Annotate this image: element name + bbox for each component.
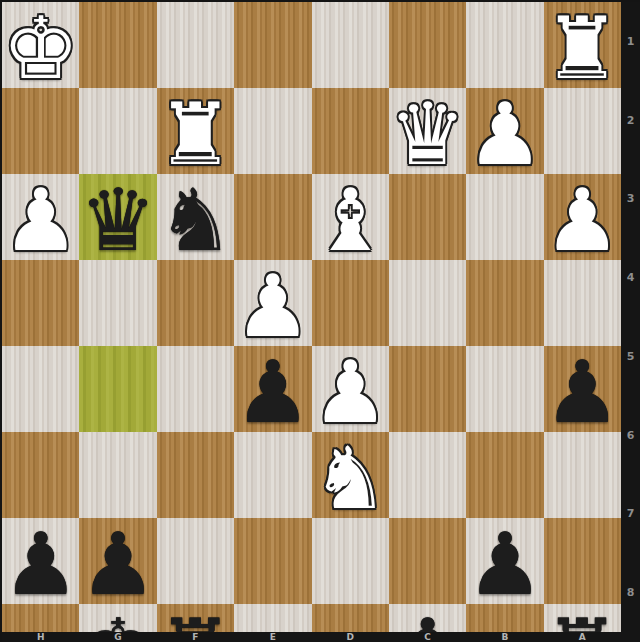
square-e7[interactable] xyxy=(234,518,311,604)
square-g7[interactable]: ♟ xyxy=(79,518,156,604)
rank-label-3: 3 xyxy=(621,160,640,239)
rank-coordinates-strip: 12345678 xyxy=(621,2,640,632)
file-label-d: D xyxy=(312,632,389,642)
square-h5[interactable] xyxy=(2,346,79,432)
square-g2[interactable] xyxy=(79,88,156,174)
white-rook-f2[interactable]: ♜ xyxy=(157,91,234,177)
rank-label-8: 8 xyxy=(621,553,640,632)
square-a3[interactable]: ♟ xyxy=(544,174,621,260)
square-c1[interactable] xyxy=(389,2,466,88)
file-coordinates-strip: HGFEDCBA xyxy=(2,632,621,642)
square-d1[interactable] xyxy=(312,2,389,88)
black-pawn-b7[interactable]: ♟ xyxy=(466,521,543,607)
rank-label-1: 1 xyxy=(621,2,640,81)
square-d6[interactable]: ♞ xyxy=(312,432,389,518)
square-a2[interactable] xyxy=(544,88,621,174)
square-f4[interactable] xyxy=(157,260,234,346)
square-b3[interactable] xyxy=(466,174,543,260)
white-pawn-a3[interactable]: ♟ xyxy=(544,177,621,263)
square-f3[interactable]: ♞ xyxy=(157,174,234,260)
square-a1[interactable]: ♜ xyxy=(544,2,621,88)
black-queen-g3[interactable]: ♛ xyxy=(80,177,157,263)
square-f2[interactable]: ♜ xyxy=(157,88,234,174)
square-d3[interactable]: ♝ xyxy=(312,174,389,260)
chess-board-window: ♚♜♜♛♟♟♛♞♝♟♟♟♟♟♞♟♟♟♚♜♝♜ 12345678 HGFEDCBA xyxy=(0,0,640,642)
file-label-h: H xyxy=(2,632,79,642)
square-f1[interactable] xyxy=(157,2,234,88)
square-a7[interactable] xyxy=(544,518,621,604)
file-label-b: B xyxy=(466,632,543,642)
square-b6[interactable] xyxy=(466,432,543,518)
square-d7[interactable] xyxy=(312,518,389,604)
white-pawn-d5[interactable]: ♟ xyxy=(312,349,389,435)
square-e3[interactable] xyxy=(234,174,311,260)
square-b1[interactable] xyxy=(466,2,543,88)
square-f6[interactable] xyxy=(157,432,234,518)
black-pawn-g7[interactable]: ♟ xyxy=(80,521,157,607)
frame-corner xyxy=(621,630,640,642)
square-h2[interactable] xyxy=(2,88,79,174)
black-pawn-h7[interactable]: ♟ xyxy=(2,521,79,607)
square-d2[interactable] xyxy=(312,88,389,174)
square-d5[interactable]: ♟ xyxy=(312,346,389,432)
square-c4[interactable] xyxy=(389,260,466,346)
square-d4[interactable] xyxy=(312,260,389,346)
rank-label-5: 5 xyxy=(621,317,640,396)
white-bishop-d3[interactable]: ♝ xyxy=(312,177,389,263)
black-knight-f3[interactable]: ♞ xyxy=(157,177,234,263)
square-a4[interactable] xyxy=(544,260,621,346)
chess-board: ♚♜♜♛♟♟♛♞♝♟♟♟♟♟♞♟♟♟♚♜♝♜ xyxy=(2,2,621,632)
square-f5[interactable] xyxy=(157,346,234,432)
rank-label-4: 4 xyxy=(621,238,640,317)
white-queen-c2[interactable]: ♛ xyxy=(389,91,466,177)
square-h3[interactable]: ♟ xyxy=(2,174,79,260)
square-h6[interactable] xyxy=(2,432,79,518)
square-e2[interactable] xyxy=(234,88,311,174)
square-h4[interactable] xyxy=(2,260,79,346)
square-h1[interactable]: ♚ xyxy=(2,2,79,88)
square-e5[interactable]: ♟ xyxy=(234,346,311,432)
square-g1[interactable] xyxy=(79,2,156,88)
square-g5[interactable] xyxy=(79,346,156,432)
white-pawn-b2[interactable]: ♟ xyxy=(466,91,543,177)
square-a6[interactable] xyxy=(544,432,621,518)
square-f7[interactable] xyxy=(157,518,234,604)
square-e6[interactable] xyxy=(234,432,311,518)
square-b5[interactable] xyxy=(466,346,543,432)
square-c6[interactable] xyxy=(389,432,466,518)
square-b2[interactable]: ♟ xyxy=(466,88,543,174)
square-c2[interactable]: ♛ xyxy=(389,88,466,174)
square-g4[interactable] xyxy=(79,260,156,346)
rank-label-6: 6 xyxy=(621,396,640,475)
rank-label-7: 7 xyxy=(621,475,640,554)
square-c3[interactable] xyxy=(389,174,466,260)
square-e1[interactable] xyxy=(234,2,311,88)
black-pawn-a5[interactable]: ♟ xyxy=(544,349,621,435)
square-g6[interactable] xyxy=(79,432,156,518)
square-c7[interactable] xyxy=(389,518,466,604)
square-e4[interactable]: ♟ xyxy=(234,260,311,346)
file-label-f: F xyxy=(157,632,234,642)
white-pawn-e4[interactable]: ♟ xyxy=(234,263,311,349)
black-pawn-e5[interactable]: ♟ xyxy=(234,349,311,435)
file-label-g: G xyxy=(79,632,156,642)
white-king-h1[interactable]: ♚ xyxy=(2,5,79,91)
square-a5[interactable]: ♟ xyxy=(544,346,621,432)
square-b4[interactable] xyxy=(466,260,543,346)
square-c5[interactable] xyxy=(389,346,466,432)
white-pawn-h3[interactable]: ♟ xyxy=(2,177,79,263)
square-b7[interactable]: ♟ xyxy=(466,518,543,604)
file-label-a: A xyxy=(544,632,621,642)
file-label-e: E xyxy=(234,632,311,642)
square-h7[interactable]: ♟ xyxy=(2,518,79,604)
file-label-c: C xyxy=(389,632,466,642)
rank-label-2: 2 xyxy=(621,81,640,160)
white-rook-a1[interactable]: ♜ xyxy=(544,5,621,91)
white-knight-d6[interactable]: ♞ xyxy=(312,435,389,521)
square-g3[interactable]: ♛ xyxy=(79,174,156,260)
